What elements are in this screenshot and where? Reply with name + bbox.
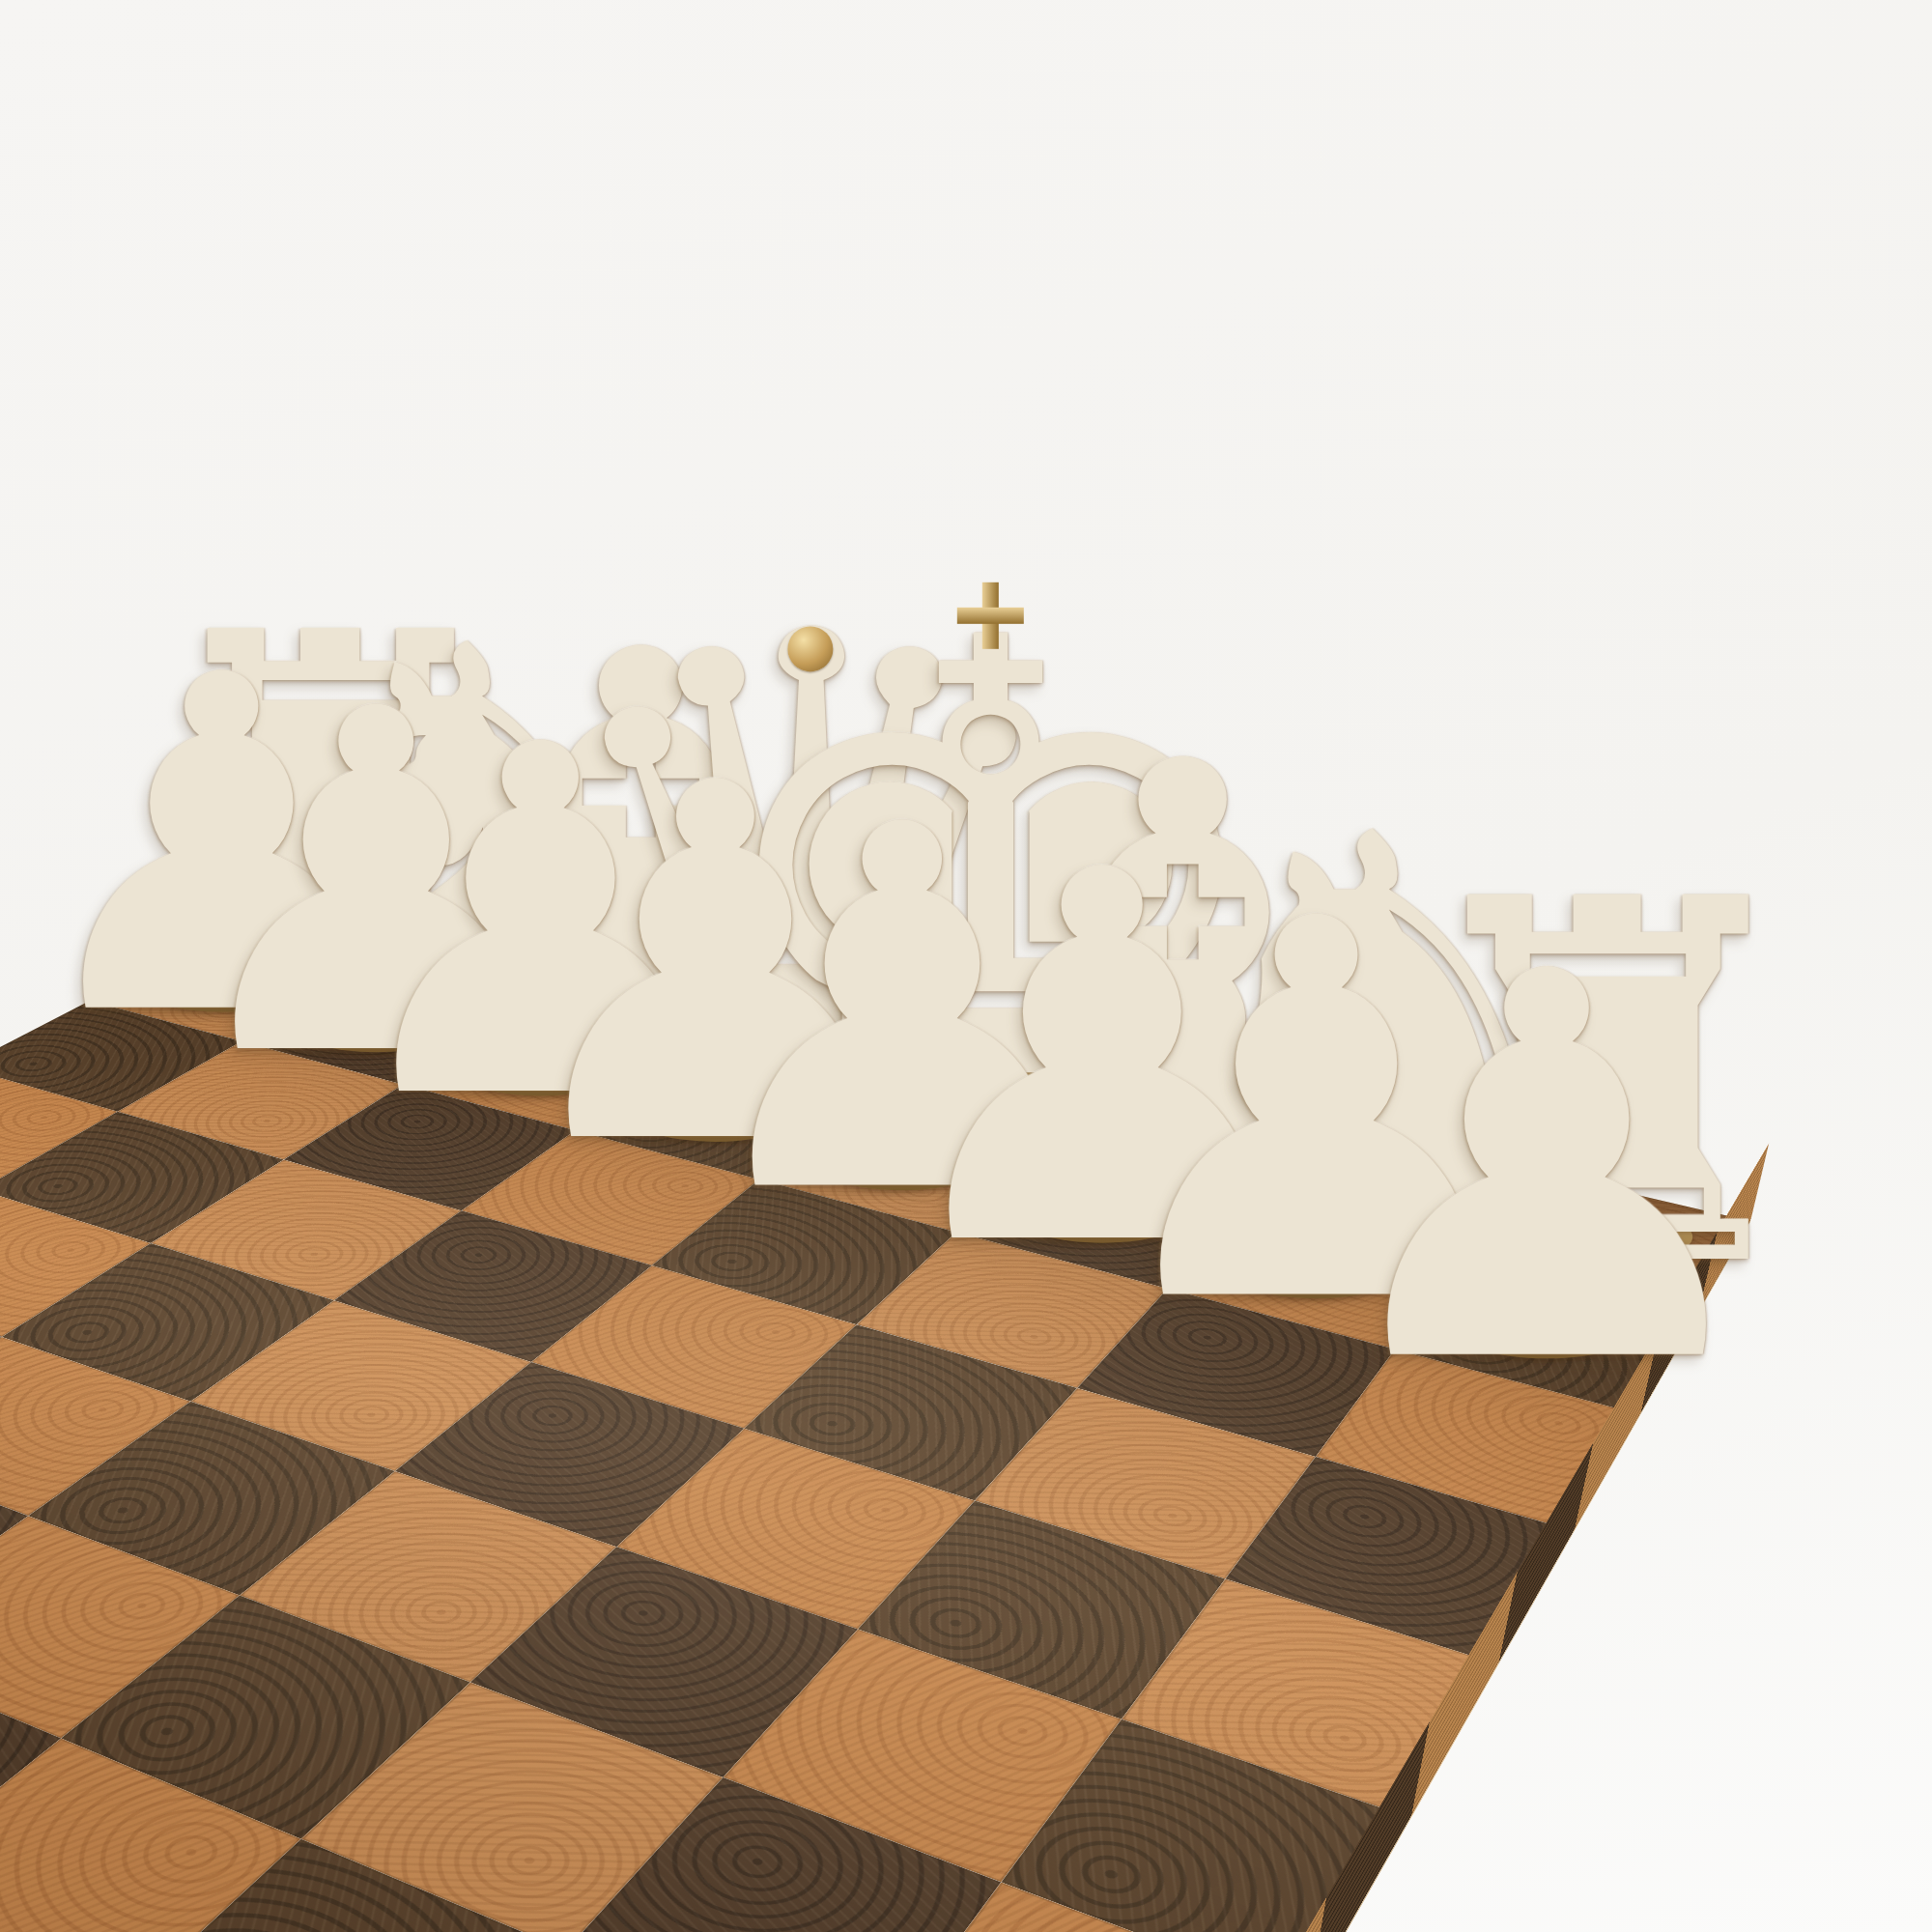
square-f5: [616, 1429, 975, 1630]
photo-background: ♟♟♟♟♟♟♟♟♜♞♝♛♚♝♞♜: [0, 0, 1932, 1932]
chess-board: [0, 886, 1750, 1932]
chess-scene: [0, 396, 1497, 1932]
side-grain-block: [1575, 1330, 1660, 1529]
perspective-scene: [0, 396, 1497, 1932]
